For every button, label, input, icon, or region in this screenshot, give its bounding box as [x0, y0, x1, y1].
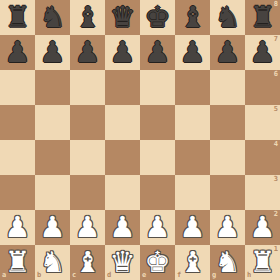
rank-label-4: 4	[274, 141, 278, 148]
square-e6[interactable]	[140, 70, 175, 105]
square-c1[interactable]: ♝c	[70, 245, 105, 280]
black-king[interactable]: ♚	[140, 0, 175, 35]
square-b1[interactable]: ♞b	[35, 245, 70, 280]
chess-board: ♜♞♝♛♚♝♞♜8♟♟♟♟♟♟♟♟76543♟♟♟♟♟♟♟♟2♜a♞b♝c♛d♚…	[0, 0, 280, 280]
black-pawn[interactable]: ♟	[105, 35, 140, 70]
white-rook[interactable]: ♜	[245, 245, 280, 280]
square-b4[interactable]	[35, 140, 70, 175]
black-pawn[interactable]: ♟	[210, 35, 245, 70]
white-pawn[interactable]: ♟	[210, 210, 245, 245]
square-a2[interactable]: ♟	[0, 210, 35, 245]
square-d8[interactable]: ♛	[105, 0, 140, 35]
rank-label-3: 3	[274, 176, 278, 183]
white-queen[interactable]: ♛	[105, 245, 140, 280]
square-d5[interactable]	[105, 105, 140, 140]
black-pawn[interactable]: ♟	[70, 35, 105, 70]
square-a7[interactable]: ♟	[0, 35, 35, 70]
square-e1[interactable]: ♚e	[140, 245, 175, 280]
square-f7[interactable]: ♟	[175, 35, 210, 70]
white-rook[interactable]: ♜	[0, 245, 35, 280]
square-d1[interactable]: ♛d	[105, 245, 140, 280]
square-d6[interactable]	[105, 70, 140, 105]
square-a4[interactable]	[0, 140, 35, 175]
square-b8[interactable]: ♞	[35, 0, 70, 35]
square-g1[interactable]: ♞g	[210, 245, 245, 280]
square-h4[interactable]: 4	[245, 140, 280, 175]
square-h6[interactable]: 6	[245, 70, 280, 105]
square-f1[interactable]: ♝f	[175, 245, 210, 280]
square-g7[interactable]: ♟	[210, 35, 245, 70]
square-f4[interactable]	[175, 140, 210, 175]
square-c4[interactable]	[70, 140, 105, 175]
black-knight[interactable]: ♞	[210, 0, 245, 35]
square-g5[interactable]	[210, 105, 245, 140]
black-pawn[interactable]: ♟	[0, 35, 35, 70]
square-e2[interactable]: ♟	[140, 210, 175, 245]
square-b3[interactable]	[35, 175, 70, 210]
white-knight[interactable]: ♞	[35, 245, 70, 280]
square-a1[interactable]: ♜a	[0, 245, 35, 280]
black-bishop[interactable]: ♝	[175, 0, 210, 35]
black-pawn[interactable]: ♟	[140, 35, 175, 70]
square-a3[interactable]	[0, 175, 35, 210]
white-pawn[interactable]: ♟	[35, 210, 70, 245]
white-pawn[interactable]: ♟	[175, 210, 210, 245]
square-e3[interactable]	[140, 175, 175, 210]
black-bishop[interactable]: ♝	[70, 0, 105, 35]
square-h8[interactable]: ♜8	[245, 0, 280, 35]
square-g6[interactable]	[210, 70, 245, 105]
square-a5[interactable]	[0, 105, 35, 140]
black-rook[interactable]: ♜	[0, 0, 35, 35]
white-pawn[interactable]: ♟	[0, 210, 35, 245]
white-pawn[interactable]: ♟	[70, 210, 105, 245]
black-rook[interactable]: ♜	[245, 0, 280, 35]
square-b2[interactable]: ♟	[35, 210, 70, 245]
square-e5[interactable]	[140, 105, 175, 140]
square-g8[interactable]: ♞	[210, 0, 245, 35]
square-h5[interactable]: 5	[245, 105, 280, 140]
white-pawn[interactable]: ♟	[105, 210, 140, 245]
square-a6[interactable]	[0, 70, 35, 105]
square-g2[interactable]: ♟	[210, 210, 245, 245]
square-e7[interactable]: ♟	[140, 35, 175, 70]
square-a8[interactable]: ♜	[0, 0, 35, 35]
rank-label-5: 5	[274, 106, 278, 113]
square-e8[interactable]: ♚	[140, 0, 175, 35]
square-f6[interactable]	[175, 70, 210, 105]
square-c6[interactable]	[70, 70, 105, 105]
square-d2[interactable]: ♟	[105, 210, 140, 245]
square-f5[interactable]	[175, 105, 210, 140]
square-c8[interactable]: ♝	[70, 0, 105, 35]
square-h1[interactable]: ♜1h	[245, 245, 280, 280]
square-c2[interactable]: ♟	[70, 210, 105, 245]
square-d4[interactable]	[105, 140, 140, 175]
square-f2[interactable]: ♟	[175, 210, 210, 245]
square-b5[interactable]	[35, 105, 70, 140]
square-g3[interactable]	[210, 175, 245, 210]
white-king[interactable]: ♚	[140, 245, 175, 280]
black-queen[interactable]: ♛	[105, 0, 140, 35]
white-knight[interactable]: ♞	[210, 245, 245, 280]
square-b6[interactable]	[35, 70, 70, 105]
square-d7[interactable]: ♟	[105, 35, 140, 70]
square-b7[interactable]: ♟	[35, 35, 70, 70]
square-e4[interactable]	[140, 140, 175, 175]
white-bishop[interactable]: ♝	[175, 245, 210, 280]
square-c7[interactable]: ♟	[70, 35, 105, 70]
black-pawn[interactable]: ♟	[35, 35, 70, 70]
square-h2[interactable]: ♟2	[245, 210, 280, 245]
white-pawn[interactable]: ♟	[140, 210, 175, 245]
white-bishop[interactable]: ♝	[70, 245, 105, 280]
black-pawn[interactable]: ♟	[245, 35, 280, 70]
square-h7[interactable]: ♟7	[245, 35, 280, 70]
square-c3[interactable]	[70, 175, 105, 210]
square-f3[interactable]	[175, 175, 210, 210]
white-pawn[interactable]: ♟	[245, 210, 280, 245]
square-d3[interactable]	[105, 175, 140, 210]
rank-label-6: 6	[274, 71, 278, 78]
black-pawn[interactable]: ♟	[175, 35, 210, 70]
black-knight[interactable]: ♞	[35, 0, 70, 35]
square-c5[interactable]	[70, 105, 105, 140]
square-f8[interactable]: ♝	[175, 0, 210, 35]
square-h3[interactable]: 3	[245, 175, 280, 210]
square-g4[interactable]	[210, 140, 245, 175]
